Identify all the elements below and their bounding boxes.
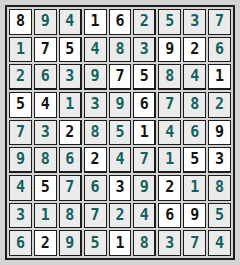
- sudoku-cell[interactable]: 6: [9, 230, 32, 256]
- sudoku-cell[interactable]: 2: [183, 37, 206, 63]
- sudoku-cell[interactable]: 8: [158, 64, 181, 90]
- sudoku-cell[interactable]: 9: [109, 92, 132, 118]
- sudoku-cell[interactable]: 8: [9, 9, 32, 35]
- sudoku-cell[interactable]: 8: [133, 230, 156, 256]
- sudoku-cell[interactable]: 4: [133, 203, 156, 229]
- sudoku-cell[interactable]: 9: [34, 9, 57, 35]
- sudoku-cell[interactable]: 5: [183, 147, 206, 173]
- sudoku-cell[interactable]: 1: [34, 203, 57, 229]
- sudoku-cell[interactable]: 1: [158, 147, 181, 173]
- sudoku-cell[interactable]: 5: [133, 64, 156, 90]
- sudoku-cell[interactable]: 5: [9, 92, 32, 118]
- sudoku-cell[interactable]: 3: [84, 92, 107, 118]
- sudoku-cell[interactable]: 3: [34, 120, 57, 146]
- sudoku-cell[interactable]: 6: [84, 175, 107, 201]
- sudoku-cell[interactable]: 4: [9, 175, 32, 201]
- sudoku-cell[interactable]: 8: [183, 92, 206, 118]
- sudoku-cell[interactable]: 1: [9, 37, 32, 63]
- sudoku-cell[interactable]: 7: [109, 64, 132, 90]
- sudoku-cell[interactable]: 6: [109, 9, 132, 35]
- sudoku-cell[interactable]: 3: [133, 37, 156, 63]
- sudoku-cell[interactable]: 2: [133, 9, 156, 35]
- sudoku-cell[interactable]: 2: [9, 64, 32, 90]
- sudoku-cell[interactable]: 6: [34, 64, 57, 90]
- sudoku-cell[interactable]: 3: [158, 230, 181, 256]
- sudoku-cell[interactable]: 5: [208, 203, 231, 229]
- sudoku-cell[interactable]: 8: [59, 203, 82, 229]
- sudoku-board: 8941625371754839262639758415413967827328…: [5, 5, 235, 260]
- sudoku-cell[interactable]: 1: [208, 64, 231, 90]
- sudoku-cell[interactable]: 5: [84, 230, 107, 256]
- sudoku-cell[interactable]: 5: [109, 120, 132, 146]
- sudoku-cell[interactable]: 8: [84, 120, 107, 146]
- sudoku-cell[interactable]: 5: [59, 37, 82, 63]
- sudoku-cell[interactable]: 4: [34, 92, 57, 118]
- sudoku-cell[interactable]: 1: [109, 230, 132, 256]
- sudoku-cell[interactable]: 6: [183, 120, 206, 146]
- sudoku-cell[interactable]: 6: [208, 37, 231, 63]
- sudoku-cell[interactable]: 3: [59, 64, 82, 90]
- sudoku-cell[interactable]: 5: [34, 175, 57, 201]
- sudoku-cell[interactable]: 2: [59, 120, 82, 146]
- sudoku-cell[interactable]: 4: [158, 120, 181, 146]
- sudoku-cell[interactable]: 7: [183, 230, 206, 256]
- sudoku-cell[interactable]: 3: [208, 147, 231, 173]
- sudoku-cell[interactable]: 3: [183, 9, 206, 35]
- sudoku-cell[interactable]: 2: [109, 203, 132, 229]
- sudoku-cell[interactable]: 8: [109, 37, 132, 63]
- sudoku-cell[interactable]: 1: [133, 120, 156, 146]
- sudoku-cell[interactable]: 1: [183, 175, 206, 201]
- sudoku-cell[interactable]: 6: [133, 92, 156, 118]
- sudoku-cell[interactable]: 7: [9, 120, 32, 146]
- sudoku-cell[interactable]: 9: [9, 147, 32, 173]
- sudoku-cell[interactable]: 9: [84, 64, 107, 90]
- sudoku-cell[interactable]: 8: [34, 147, 57, 173]
- sudoku-cell[interactable]: 6: [158, 203, 181, 229]
- sudoku-cell[interactable]: 4: [208, 230, 231, 256]
- sudoku-cell[interactable]: 7: [34, 37, 57, 63]
- sudoku-cell[interactable]: 1: [59, 92, 82, 118]
- sudoku-cell[interactable]: 5: [158, 9, 181, 35]
- sudoku-cell[interactable]: 7: [208, 9, 231, 35]
- sudoku-cell[interactable]: 4: [109, 147, 132, 173]
- sudoku-cell[interactable]: 2: [34, 230, 57, 256]
- sudoku-cell[interactable]: 7: [133, 147, 156, 173]
- sudoku-cell[interactable]: 3: [9, 203, 32, 229]
- sudoku-cell[interactable]: 1: [84, 9, 107, 35]
- sudoku-cell[interactable]: 9: [208, 120, 231, 146]
- sudoku-cell[interactable]: 9: [59, 230, 82, 256]
- sudoku-cell[interactable]: 9: [133, 175, 156, 201]
- sudoku-cell[interactable]: 7: [158, 92, 181, 118]
- sudoku-cell[interactable]: 7: [84, 203, 107, 229]
- sudoku-cell[interactable]: 9: [158, 37, 181, 63]
- sudoku-cell[interactable]: 7: [59, 175, 82, 201]
- sudoku-cell[interactable]: 2: [158, 175, 181, 201]
- sudoku-cell[interactable]: 3: [109, 175, 132, 201]
- sudoku-cell[interactable]: 9: [183, 203, 206, 229]
- sudoku-cell[interactable]: 2: [208, 92, 231, 118]
- sudoku-cell[interactable]: 8: [208, 175, 231, 201]
- sudoku-cell[interactable]: 4: [84, 37, 107, 63]
- sudoku-cell[interactable]: 4: [183, 64, 206, 90]
- sudoku-cell[interactable]: 4: [59, 9, 82, 35]
- sudoku-cell[interactable]: 6: [59, 147, 82, 173]
- sudoku-cell[interactable]: 2: [84, 147, 107, 173]
